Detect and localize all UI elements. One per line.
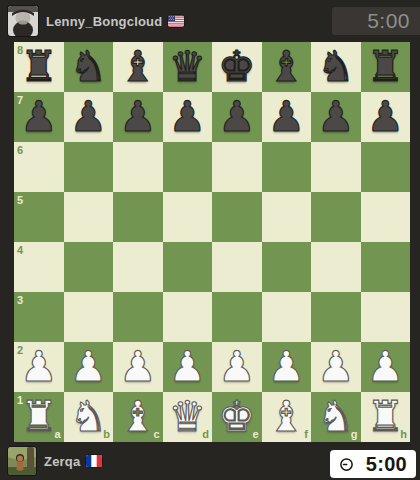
player-username[interactable]: Zerqa: [44, 454, 80, 469]
piece-white-knight[interactable]: ♞: [311, 392, 361, 442]
player-bar: Zerqa 5:00: [0, 442, 420, 480]
opponent-name-row: Lenny_Bongcloud: [46, 0, 184, 42]
square-b5[interactable]: [64, 192, 114, 242]
piece-black-pawn[interactable]: ♟: [14, 92, 64, 142]
square-f3[interactable]: [262, 292, 312, 342]
square-e6[interactable]: [212, 142, 262, 192]
square-h2[interactable]: ♟: [361, 342, 411, 392]
square-c5[interactable]: [113, 192, 163, 242]
opponent-avatar[interactable]: [8, 6, 38, 36]
piece-black-king[interactable]: ♚: [212, 42, 262, 92]
rank-label: 6: [17, 145, 23, 156]
square-c4[interactable]: [113, 242, 163, 292]
opponent-clock-time: 5:00: [367, 9, 410, 33]
piece-black-knight[interactable]: ♞: [64, 42, 114, 92]
square-b7[interactable]: ♟: [64, 92, 114, 142]
square-b4[interactable]: [64, 242, 114, 292]
piece-black-pawn[interactable]: ♟: [311, 92, 361, 142]
square-c7[interactable]: ♟: [113, 92, 163, 142]
piece-white-pawn[interactable]: ♟: [163, 342, 213, 392]
piece-white-bishop[interactable]: ♝: [262, 392, 312, 442]
square-f7[interactable]: ♟: [262, 92, 312, 142]
piece-white-rook[interactable]: ♜: [361, 392, 411, 442]
square-h8[interactable]: ♜: [361, 42, 411, 92]
square-h1[interactable]: h♜: [361, 392, 411, 442]
square-d4[interactable]: [163, 242, 213, 292]
square-c6[interactable]: [113, 142, 163, 192]
rank-label: 5: [17, 195, 23, 206]
square-b3[interactable]: [64, 292, 114, 342]
piece-white-knight[interactable]: ♞: [64, 392, 114, 442]
square-f2[interactable]: ♟: [262, 342, 312, 392]
square-h6[interactable]: [361, 142, 411, 192]
rank-label: 3: [17, 295, 23, 306]
square-e8[interactable]: ♚: [212, 42, 262, 92]
opponent-clock: 5:00: [332, 7, 420, 35]
piece-black-queen[interactable]: ♛: [163, 42, 213, 92]
square-e5[interactable]: [212, 192, 262, 242]
square-c3[interactable]: [113, 292, 163, 342]
piece-black-pawn[interactable]: ♟: [361, 92, 411, 142]
square-g2[interactable]: ♟: [311, 342, 361, 392]
piece-black-pawn[interactable]: ♟: [262, 92, 312, 142]
square-f6[interactable]: [262, 142, 312, 192]
square-f8[interactable]: ♝: [262, 42, 312, 92]
square-h7[interactable]: ♟: [361, 92, 411, 142]
square-d2[interactable]: ♟: [163, 342, 213, 392]
square-e4[interactable]: [212, 242, 262, 292]
square-e3[interactable]: [212, 292, 262, 342]
piece-black-rook[interactable]: ♜: [14, 42, 64, 92]
square-b1[interactable]: b♞: [64, 392, 114, 442]
square-a3[interactable]: 3: [14, 292, 64, 342]
france-flag-icon: [86, 455, 102, 467]
square-d6[interactable]: [163, 142, 213, 192]
square-g8[interactable]: ♞: [311, 42, 361, 92]
square-g3[interactable]: [311, 292, 361, 342]
square-g6[interactable]: [311, 142, 361, 192]
piece-white-pawn[interactable]: ♟: [311, 342, 361, 392]
square-f5[interactable]: [262, 192, 312, 242]
square-b2[interactable]: ♟: [64, 342, 114, 392]
square-d1[interactable]: d♛: [163, 392, 213, 442]
piece-white-rook[interactable]: ♜: [14, 392, 64, 442]
square-a5[interactable]: 5: [14, 192, 64, 242]
player-clock-time: 5:00: [366, 453, 407, 476]
piece-black-pawn[interactable]: ♟: [212, 92, 262, 142]
opponent-bar: Lenny_Bongcloud: [0, 0, 420, 42]
chess-board: 8♜♞♝♛♚♝♞♜7♟♟♟♟♟♟♟♟65432♟♟♟♟♟♟♟♟1a♜b♞c♝d♛…: [14, 42, 410, 442]
us-flag-icon: [168, 15, 184, 27]
square-a6[interactable]: 6: [14, 142, 64, 192]
opponent-username[interactable]: Lenny_Bongcloud: [46, 14, 162, 29]
clock-icon: [339, 457, 354, 472]
piece-black-knight[interactable]: ♞: [311, 42, 361, 92]
piece-white-bishop[interactable]: ♝: [113, 392, 163, 442]
player-avatar[interactable]: [8, 447, 36, 475]
square-c1[interactable]: c♝: [113, 392, 163, 442]
player-name-row: Zerqa: [44, 442, 102, 480]
square-d5[interactable]: [163, 192, 213, 242]
chess-game-screen: Lenny_Bongcloud: [0, 0, 420, 480]
square-b6[interactable]: [64, 142, 114, 192]
square-c2[interactable]: ♟: [113, 342, 163, 392]
square-g1[interactable]: g♞: [311, 392, 361, 442]
piece-white-pawn[interactable]: ♟: [212, 342, 262, 392]
piece-white-pawn[interactable]: ♟: [113, 342, 163, 392]
rank-label: 4: [17, 245, 23, 256]
square-f1[interactable]: f♝: [262, 392, 312, 442]
square-g5[interactable]: [311, 192, 361, 242]
square-d7[interactable]: ♟: [163, 92, 213, 142]
square-h5[interactable]: [361, 192, 411, 242]
piece-white-pawn[interactable]: ♟: [14, 342, 64, 392]
square-h4[interactable]: [361, 242, 411, 292]
square-g4[interactable]: [311, 242, 361, 292]
square-h3[interactable]: [361, 292, 411, 342]
square-a7[interactable]: 7♟: [14, 92, 64, 142]
piece-white-pawn[interactable]: ♟: [262, 342, 312, 392]
piece-white-king[interactable]: ♚: [212, 392, 262, 442]
piece-black-pawn[interactable]: ♟: [113, 92, 163, 142]
square-a8[interactable]: 8♜: [14, 42, 64, 92]
square-c8[interactable]: ♝: [113, 42, 163, 92]
piece-black-pawn[interactable]: ♟: [64, 92, 114, 142]
piece-white-queen[interactable]: ♛: [163, 392, 213, 442]
player-clock: 5:00: [330, 450, 416, 478]
square-e7[interactable]: ♟: [212, 92, 262, 142]
square-a2[interactable]: 2♟: [14, 342, 64, 392]
square-b8[interactable]: ♞: [64, 42, 114, 92]
piece-black-bishop[interactable]: ♝: [113, 42, 163, 92]
square-g7[interactable]: ♟: [311, 92, 361, 142]
piece-white-pawn[interactable]: ♟: [64, 342, 114, 392]
square-e1[interactable]: e♚: [212, 392, 262, 442]
piece-black-rook[interactable]: ♜: [361, 42, 411, 92]
square-a1[interactable]: 1a♜: [14, 392, 64, 442]
square-d8[interactable]: ♛: [163, 42, 213, 92]
piece-black-pawn[interactable]: ♟: [163, 92, 213, 142]
square-d3[interactable]: [163, 292, 213, 342]
piece-black-bishop[interactable]: ♝: [262, 42, 312, 92]
piece-white-pawn[interactable]: ♟: [361, 342, 411, 392]
square-f4[interactable]: [262, 242, 312, 292]
square-e2[interactable]: ♟: [212, 342, 262, 392]
square-a4[interactable]: 4: [14, 242, 64, 292]
